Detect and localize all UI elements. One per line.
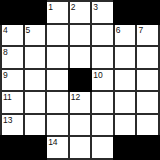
letter-cell[interactable]: 1 xyxy=(47,2,68,23)
letter-cell[interactable] xyxy=(137,92,158,113)
letter-cell[interactable] xyxy=(70,47,91,68)
block-cell xyxy=(137,137,158,158)
letter-cell[interactable]: 10 xyxy=(92,70,113,91)
letter-cell[interactable] xyxy=(92,25,113,46)
block-cell xyxy=(25,2,46,23)
letter-cell[interactable] xyxy=(92,92,113,113)
block-cell xyxy=(137,2,158,23)
clue-number: 11 xyxy=(3,92,12,102)
letter-cell[interactable] xyxy=(25,70,46,91)
letter-cell[interactable]: 6 xyxy=(115,25,136,46)
letter-cell[interactable] xyxy=(115,47,136,68)
block-cell xyxy=(115,2,136,23)
letter-cell[interactable] xyxy=(92,115,113,136)
letter-cell[interactable]: 11 xyxy=(2,92,23,113)
letter-cell[interactable] xyxy=(47,92,68,113)
letter-cell[interactable] xyxy=(137,70,158,91)
letter-cell[interactable] xyxy=(137,47,158,68)
block-cell xyxy=(25,137,46,158)
clue-number: 6 xyxy=(116,25,121,35)
letter-cell[interactable] xyxy=(25,47,46,68)
letter-cell[interactable]: 7 xyxy=(137,25,158,46)
letter-cell[interactable] xyxy=(47,47,68,68)
clue-number: 9 xyxy=(3,70,8,80)
letter-cell[interactable] xyxy=(92,47,113,68)
letter-cell[interactable]: 13 xyxy=(2,115,23,136)
block-cell xyxy=(2,137,23,158)
letter-cell[interactable] xyxy=(25,115,46,136)
letter-cell[interactable] xyxy=(47,25,68,46)
letter-cell[interactable] xyxy=(115,70,136,91)
crossword-board: 1234567891011121314 xyxy=(0,0,160,160)
clue-number: 4 xyxy=(3,25,8,35)
clue-number: 2 xyxy=(71,2,76,12)
block-cell xyxy=(70,70,91,91)
letter-cell[interactable] xyxy=(70,137,91,158)
clue-number: 3 xyxy=(93,2,98,12)
letter-cell[interactable] xyxy=(25,92,46,113)
letter-cell[interactable]: 8 xyxy=(2,47,23,68)
letter-cell[interactable] xyxy=(137,115,158,136)
letter-cell[interactable]: 14 xyxy=(47,137,68,158)
block-cell xyxy=(115,137,136,158)
letter-cell[interactable] xyxy=(70,25,91,46)
letter-cell[interactable] xyxy=(70,115,91,136)
letter-cell[interactable]: 5 xyxy=(25,25,46,46)
letter-cell[interactable] xyxy=(92,137,113,158)
letter-cell[interactable] xyxy=(47,115,68,136)
clue-number: 5 xyxy=(26,25,31,35)
clue-number: 13 xyxy=(3,115,12,125)
letter-cell[interactable]: 2 xyxy=(70,2,91,23)
clue-number: 10 xyxy=(93,70,102,80)
letter-cell[interactable]: 12 xyxy=(70,92,91,113)
letter-cell[interactable] xyxy=(115,92,136,113)
letter-cell[interactable] xyxy=(47,70,68,91)
letter-cell[interactable]: 4 xyxy=(2,25,23,46)
clue-number: 8 xyxy=(3,47,8,57)
clue-number: 12 xyxy=(71,92,80,102)
letter-cell[interactable]: 3 xyxy=(92,2,113,23)
clue-number: 1 xyxy=(48,2,53,12)
letter-cell[interactable]: 9 xyxy=(2,70,23,91)
clue-number: 7 xyxy=(138,25,143,35)
clue-number: 14 xyxy=(48,137,57,147)
block-cell xyxy=(2,2,23,23)
letter-cell[interactable] xyxy=(115,115,136,136)
